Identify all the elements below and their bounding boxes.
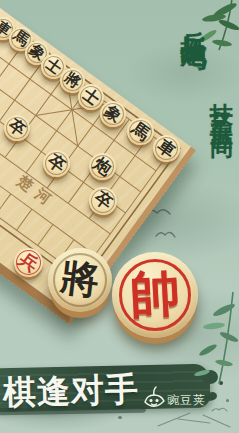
banner-title: 棋逢对手 [2,367,139,416]
calligraphy-column-2: 技艺盖世间 [207,84,238,248]
red-general-glyph: 帥 [110,250,200,338]
ink-blob [219,381,223,385]
black-general-glyph: 將 [44,244,115,313]
red-general-piece: 帥 [112,252,198,338]
brand-name[interactable]: 豌豆荚 [167,392,206,409]
ink-blob [202,370,218,384]
ink-splatter [118,416,122,419]
black-general-piece: 將 [48,248,112,312]
pea-pod-mascot-icon[interactable] [142,385,167,413]
xiangqi-promo-screen: 楚河 車 馬 象 士 將 士 象 馬 車 炮 卒 卒 卒 兵 兵挺炮鸣 技艺盖世… [0,0,239,433]
ink-splatter [226,399,229,402]
